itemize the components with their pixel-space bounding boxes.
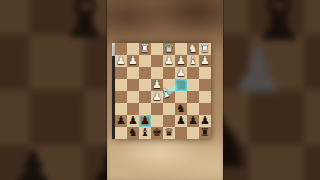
- square-c7[interactable]: ♟: [175, 115, 187, 127]
- white-pawn-icon: ♟: [163, 55, 175, 67]
- black-pawn-icon: ♟: [115, 115, 127, 127]
- square-d3[interactable]: [163, 67, 175, 79]
- square-a1[interactable]: ♜: [199, 43, 211, 55]
- square-g4[interactable]: [127, 79, 139, 91]
- square-e1[interactable]: [151, 43, 163, 55]
- black-pawn-icon: ♟: [175, 115, 187, 127]
- black-king-icon: ♚: [151, 127, 163, 139]
- square-g3[interactable]: [127, 67, 139, 79]
- video-frame: ♝♝♟♞♟♟♜ ♜♛♞♜♟♟♟♟♝♟♟♟♟♞♟♟♟♟♟♟♞♝♚♛♜ ♝: [0, 0, 320, 180]
- square-f2[interactable]: [139, 55, 151, 67]
- white-rook-icon: ♜: [199, 43, 211, 55]
- white-knight-icon: ♞: [187, 43, 199, 55]
- square-h4[interactable]: [115, 79, 127, 91]
- square-e7[interactable]: [151, 115, 163, 127]
- square-a2[interactable]: ♟: [199, 55, 211, 67]
- square-e6[interactable]: [151, 103, 163, 115]
- square-f5[interactable]: [139, 91, 151, 103]
- white-queen-icon: ♛: [163, 43, 175, 55]
- black-bishop-icon: ♝: [139, 127, 151, 139]
- square-g7[interactable]: ♟: [127, 115, 139, 127]
- white-pawn-icon: ♟: [115, 55, 127, 67]
- square-d6[interactable]: [163, 103, 175, 115]
- black-pawn-icon: ♟: [199, 115, 211, 127]
- square-h8[interactable]: [115, 127, 127, 139]
- black-queen-icon: ♛: [163, 127, 175, 139]
- square-c1[interactable]: [175, 43, 187, 55]
- square-g5[interactable]: [127, 91, 139, 103]
- square-a7[interactable]: ♟: [199, 115, 211, 127]
- square-a8[interactable]: ♜: [199, 127, 211, 139]
- square-a3[interactable]: [199, 67, 211, 79]
- black-knight-icon: ♞: [175, 103, 187, 115]
- square-g1[interactable]: [127, 43, 139, 55]
- black-pawn-icon: ♟: [187, 115, 199, 127]
- square-d1[interactable]: ♛: [163, 43, 175, 55]
- white-pawn-icon: ♟: [199, 55, 211, 67]
- square-c8[interactable]: [175, 127, 187, 139]
- square-g2[interactable]: ♟: [127, 55, 139, 67]
- square-a5[interactable]: [199, 91, 211, 103]
- white-rook-icon: ♜: [139, 43, 151, 55]
- square-f8[interactable]: ♝: [139, 127, 151, 139]
- square-c6[interactable]: ♞: [175, 103, 187, 115]
- black-pawn-icon: ♟: [139, 115, 151, 127]
- black-knight-icon: ♞: [127, 127, 139, 139]
- black-pawn-icon: ♟: [127, 115, 139, 127]
- square-b1[interactable]: ♞: [187, 43, 199, 55]
- square-h5[interactable]: [115, 91, 127, 103]
- white-pawn-icon: ♟: [175, 55, 187, 67]
- square-e8[interactable]: ♚: [151, 127, 163, 139]
- square-e3[interactable]: [151, 67, 163, 79]
- square-g6[interactable]: [127, 103, 139, 115]
- square-f4[interactable]: [139, 79, 151, 91]
- square-b3[interactable]: [187, 67, 199, 79]
- square-f6[interactable]: [139, 103, 151, 115]
- square-f1[interactable]: ♜: [139, 43, 151, 55]
- square-b7[interactable]: ♟: [187, 115, 199, 127]
- white-bishop-icon: ♝: [187, 55, 199, 67]
- square-a4[interactable]: [199, 79, 211, 91]
- white-pawn-icon: ♟: [175, 67, 187, 79]
- square-b4[interactable]: [187, 79, 199, 91]
- square-h6[interactable]: [115, 103, 127, 115]
- square-b5[interactable]: [187, 91, 199, 103]
- square-b8[interactable]: [187, 127, 199, 139]
- square-h2[interactable]: ♟: [115, 55, 127, 67]
- square-c5[interactable]: [175, 91, 187, 103]
- square-h1[interactable]: [115, 43, 127, 55]
- square-f3[interactable]: [139, 67, 151, 79]
- square-b2[interactable]: ♝: [187, 55, 199, 67]
- square-b6[interactable]: [187, 103, 199, 115]
- square-d7[interactable]: [163, 115, 175, 127]
- black-rook-icon: ♜: [199, 127, 211, 139]
- square-a6[interactable]: [199, 103, 211, 115]
- white-pawn-icon: ♟: [127, 55, 139, 67]
- square-f7[interactable]: ♟: [139, 115, 151, 127]
- square-c3[interactable]: ♟: [175, 67, 187, 79]
- square-d2[interactable]: ♟: [163, 55, 175, 67]
- square-h3[interactable]: [115, 67, 127, 79]
- square-e2[interactable]: [151, 55, 163, 67]
- square-d8[interactable]: ♛: [163, 127, 175, 139]
- square-h7[interactable]: ♟: [115, 115, 127, 127]
- square-g8[interactable]: ♞: [127, 127, 139, 139]
- square-c2[interactable]: ♟: [175, 55, 187, 67]
